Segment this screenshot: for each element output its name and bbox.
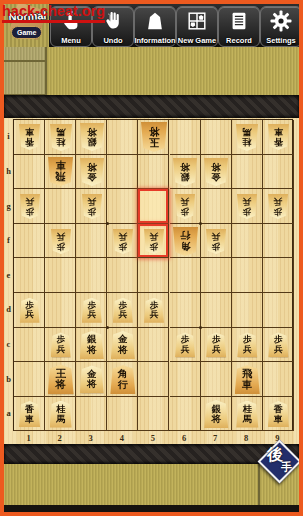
board-cell-d9[interactable] xyxy=(263,293,294,328)
board-cell-f7[interactable]: 歩兵 xyxy=(201,224,232,259)
board-cell-g1[interactable]: 歩兵 xyxy=(14,189,45,224)
bottom-bar xyxy=(4,505,299,512)
board-cell-i3[interactable]: 銀将 xyxy=(76,120,107,155)
turn-badge-gote: 後 手 xyxy=(260,442,297,479)
board-cell-g9[interactable]: 歩兵 xyxy=(263,189,294,224)
board-cell-f5[interactable]: 歩兵 xyxy=(138,224,169,259)
star-point xyxy=(106,326,109,329)
board-cell-g2[interactable] xyxy=(45,189,76,224)
board-cell-a4[interactable] xyxy=(107,397,138,432)
board-cell-a9[interactable]: 香車 xyxy=(263,397,294,432)
shogi-piece-sente-pawn[interactable]: 歩兵 xyxy=(268,332,288,357)
shogi-piece-gote-pawn[interactable]: 歩兵 xyxy=(51,229,71,254)
shogi-piece-gote-knight[interactable]: 桂馬 xyxy=(236,124,258,151)
board-cell-c5[interactable] xyxy=(138,328,169,363)
shogi-piece-sente-gold[interactable]: 金将 xyxy=(111,331,135,359)
board-cell-a6[interactable] xyxy=(170,397,201,432)
col-label-3: 3 xyxy=(75,433,106,443)
board-cell-g7[interactable] xyxy=(201,189,232,224)
shogi-app-screen: Normal Game Menu Undo Information xyxy=(0,0,303,516)
board-cell-h5[interactable] xyxy=(138,155,169,190)
board-cell-b9[interactable] xyxy=(263,362,294,397)
shogi-piece-gote-rook[interactable]: 飛車 xyxy=(48,157,73,186)
board-cell-i4[interactable] xyxy=(107,120,138,155)
board-cell-h3[interactable]: 金将 xyxy=(76,155,107,190)
board-cell-a1[interactable]: 香車 xyxy=(14,397,45,432)
shogi-piece-sente-pawn[interactable]: 歩兵 xyxy=(51,332,71,357)
board-cell-d5[interactable]: 歩兵 xyxy=(138,293,169,328)
shogi-piece-sente-lance[interactable]: 香車 xyxy=(19,401,40,427)
board-cell-f9[interactable] xyxy=(263,224,294,259)
shogi-piece-gote-pawn[interactable]: 歩兵 xyxy=(20,194,40,219)
board-cell-e6[interactable] xyxy=(170,258,201,293)
board-cell-f6[interactable]: 角行 xyxy=(170,224,201,259)
row-label-i: i xyxy=(4,131,13,141)
board-cell-d1[interactable]: 歩兵 xyxy=(14,293,45,328)
board-cell-b7[interactable] xyxy=(201,362,232,397)
board-cell-g5[interactable] xyxy=(138,189,169,224)
sente-piece-stand-strip xyxy=(4,444,299,464)
board-cell-e8[interactable] xyxy=(232,258,263,293)
board-cell-i8[interactable]: 桂馬 xyxy=(232,120,263,155)
shogi-piece-sente-silver[interactable]: 銀将 xyxy=(80,331,104,359)
new-game-button-label: New Game xyxy=(173,36,221,45)
row-label-a: a xyxy=(4,408,13,418)
shogi-piece-sente-bishop[interactable]: 角行 xyxy=(110,365,135,394)
board-cell-h2[interactable]: 飛車 xyxy=(45,155,76,190)
board-cell-h1[interactable] xyxy=(14,155,45,190)
record-button[interactable]: Record xyxy=(218,6,260,47)
shogi-piece-sente-knight[interactable]: 桂馬 xyxy=(50,401,72,428)
col-label-1: 1 xyxy=(13,433,44,443)
board-cell-e4[interactable] xyxy=(107,258,138,293)
menu-button-label: Menu xyxy=(47,36,95,45)
board-cell-e9[interactable] xyxy=(263,258,294,293)
row-label-b: b xyxy=(4,374,13,384)
information-button[interactable]: Information xyxy=(134,6,176,47)
information-button-label: Information xyxy=(131,36,179,45)
board-cell-i1[interactable]: 香車 xyxy=(14,120,45,155)
shogi-piece-sente-pawn[interactable]: 歩兵 xyxy=(144,298,164,323)
board-cell-a5[interactable] xyxy=(138,397,169,432)
board-cell-c2[interactable]: 歩兵 xyxy=(45,328,76,363)
board-cell-a8[interactable]: 桂馬 xyxy=(232,397,263,432)
board-cell-i9[interactable]: 香車 xyxy=(263,120,294,155)
watermark-text: hack-cheat.org xyxy=(2,4,105,23)
board-cell-g3[interactable]: 歩兵 xyxy=(76,189,107,224)
board-cell-e2[interactable] xyxy=(45,258,76,293)
board-cell-a7[interactable]: 銀将 xyxy=(201,397,232,432)
row-label-h: h xyxy=(4,166,13,176)
board-cell-e1[interactable] xyxy=(14,258,45,293)
board-cell-i2[interactable]: 桂馬 xyxy=(45,120,76,155)
board-cell-h4[interactable] xyxy=(107,155,138,190)
board-cell-f4[interactable]: 歩兵 xyxy=(107,224,138,259)
board-cell-d3[interactable]: 歩兵 xyxy=(76,293,107,328)
shogi-piece-sente-pawn[interactable]: 歩兵 xyxy=(20,298,40,323)
shogi-piece-gote-king[interactable]: 玉将 xyxy=(141,122,167,152)
board-cell-e7[interactable] xyxy=(201,258,232,293)
badge-char-2: 手 xyxy=(281,460,292,475)
board-cell-i7[interactable] xyxy=(201,120,232,155)
shogi-piece-gote-silver[interactable]: 銀将 xyxy=(80,123,104,151)
board-cell-b2[interactable]: 王将 xyxy=(45,362,76,397)
shogi-piece-gote-bishop[interactable]: 角行 xyxy=(173,227,198,256)
board-cell-c3[interactable]: 銀将 xyxy=(76,328,107,363)
record-button-label: Record xyxy=(215,36,263,45)
board-cell-g8[interactable]: 歩兵 xyxy=(232,189,263,224)
shogi-piece-gote-pawn[interactable]: 歩兵 xyxy=(206,229,226,254)
board-cell-h6[interactable]: 銀将 xyxy=(170,155,201,190)
board-cell-c9[interactable]: 歩兵 xyxy=(263,328,294,363)
shogi-piece-gote-pawn[interactable]: 歩兵 xyxy=(144,229,164,254)
board-grid: 香車桂馬銀将玉将桂馬香車飛車金将銀将金将歩兵歩兵歩兵歩兵歩兵歩兵歩兵歩兵角行歩兵… xyxy=(13,119,293,431)
board-cell-f3[interactable] xyxy=(76,224,107,259)
col-label-8: 8 xyxy=(231,433,262,443)
shogi-piece-sente-lance[interactable]: 香車 xyxy=(268,401,289,427)
shogi-piece-sente-pawn[interactable]: 歩兵 xyxy=(175,332,195,357)
board-cell-h7[interactable]: 金将 xyxy=(201,155,232,190)
board-cell-d8[interactable] xyxy=(232,293,263,328)
document-icon xyxy=(219,8,259,34)
shogi-piece-sente-pawn[interactable]: 歩兵 xyxy=(237,332,257,357)
board-cell-i6[interactable] xyxy=(170,120,201,155)
new-game-button[interactable]: New Game xyxy=(176,6,218,47)
row-label-d: d xyxy=(4,304,13,314)
shogi-piece-gote-pawn[interactable]: 歩兵 xyxy=(82,194,102,219)
shogi-piece-gote-pawn[interactable]: 歩兵 xyxy=(113,229,133,254)
board-cell-d4[interactable]: 歩兵 xyxy=(107,293,138,328)
row-label-c: c xyxy=(4,339,13,349)
board-cell-b5[interactable] xyxy=(138,362,169,397)
row-label-f: f xyxy=(4,235,13,245)
watermark-underline xyxy=(2,20,105,23)
shogi-piece-sente-pawn[interactable]: 歩兵 xyxy=(82,298,102,323)
shogi-piece-sente-king[interactable]: 王将 xyxy=(48,364,74,394)
board-cell-d2[interactable] xyxy=(45,293,76,328)
board-cell-e3[interactable] xyxy=(76,258,107,293)
shogi-piece-sente-rook[interactable]: 飛車 xyxy=(235,365,260,394)
tatami-left-block xyxy=(4,47,47,95)
settings-button[interactable]: Settings xyxy=(260,6,302,47)
shogi-piece-gote-pawn[interactable]: 歩兵 xyxy=(237,194,257,219)
board-cell-c1[interactable] xyxy=(14,328,45,363)
board-cell-f8[interactable] xyxy=(232,224,263,259)
board-cell-d7[interactable] xyxy=(201,293,232,328)
board-cell-a3[interactable] xyxy=(76,397,107,432)
board-cell-c8[interactable]: 歩兵 xyxy=(232,328,263,363)
col-label-7: 7 xyxy=(200,433,231,443)
board-cell-a2[interactable]: 桂馬 xyxy=(45,397,76,432)
col-label-4: 4 xyxy=(106,433,137,443)
board-cell-i5[interactable]: 玉将 xyxy=(138,120,169,155)
shogi-piece-gote-pawn[interactable]: 歩兵 xyxy=(175,194,195,219)
board-cell-b8[interactable]: 飛車 xyxy=(232,362,263,397)
board-cell-g6[interactable]: 歩兵 xyxy=(170,189,201,224)
board-cell-c7[interactable]: 歩兵 xyxy=(201,328,232,363)
shogi-piece-gote-knight[interactable]: 桂馬 xyxy=(50,124,72,151)
shogi-board: 香車桂馬銀将玉将桂馬香車飛車金将銀将金将歩兵歩兵歩兵歩兵歩兵歩兵歩兵歩兵角行歩兵… xyxy=(4,118,299,444)
shogi-piece-gote-lance[interactable]: 香車 xyxy=(268,124,289,150)
settings-button-label: Settings xyxy=(257,36,303,45)
board-grid-icon xyxy=(177,8,217,34)
board-cell-g4[interactable] xyxy=(107,189,138,224)
col-label-2: 2 xyxy=(44,433,75,443)
shogi-piece-gote-silver[interactable]: 銀将 xyxy=(173,158,197,186)
shogi-piece-sente-pawn[interactable]: 歩兵 xyxy=(113,298,133,323)
row-label-g: g xyxy=(4,201,13,211)
col-label-5: 5 xyxy=(137,433,168,443)
shogi-piece-sente-pawn[interactable]: 歩兵 xyxy=(206,332,226,357)
shogi-piece-gote-lance[interactable]: 香車 xyxy=(19,124,40,150)
board-cell-c6[interactable]: 歩兵 xyxy=(170,328,201,363)
col-label-6: 6 xyxy=(169,433,200,443)
board-cell-b3[interactable]: 金将 xyxy=(76,362,107,397)
board-cell-b1[interactable] xyxy=(14,362,45,397)
tatami-background-lower xyxy=(4,464,299,505)
shogi-piece-gote-gold[interactable]: 金将 xyxy=(80,158,104,186)
shogi-piece-gote-gold[interactable]: 金将 xyxy=(204,158,228,186)
undo-button-label: Undo xyxy=(89,36,137,45)
board-cell-f1[interactable] xyxy=(14,224,45,259)
board-cell-e5[interactable] xyxy=(138,258,169,293)
row-label-e: e xyxy=(4,270,13,280)
shogi-piece-sente-silver[interactable]: 銀将 xyxy=(204,400,228,428)
shogi-piece-icon xyxy=(135,8,175,34)
gote-piece-stand-strip xyxy=(4,95,299,118)
board-cell-d6[interactable] xyxy=(170,293,201,328)
shogi-piece-sente-gold[interactable]: 金将 xyxy=(80,365,104,393)
tatami-seam xyxy=(4,60,45,62)
board-cell-c4[interactable]: 金将 xyxy=(107,328,138,363)
board-cell-h9[interactable] xyxy=(263,155,294,190)
shogi-piece-sente-knight[interactable]: 桂馬 xyxy=(236,401,258,428)
board-cell-b4[interactable]: 角行 xyxy=(107,362,138,397)
board-cell-b6[interactable] xyxy=(170,362,201,397)
game-mode-subtitle: Game xyxy=(11,26,42,39)
gear-icon xyxy=(261,8,301,34)
board-cell-f2[interactable]: 歩兵 xyxy=(45,224,76,259)
shogi-piece-gote-pawn[interactable]: 歩兵 xyxy=(268,194,288,219)
board-cell-h8[interactable] xyxy=(232,155,263,190)
